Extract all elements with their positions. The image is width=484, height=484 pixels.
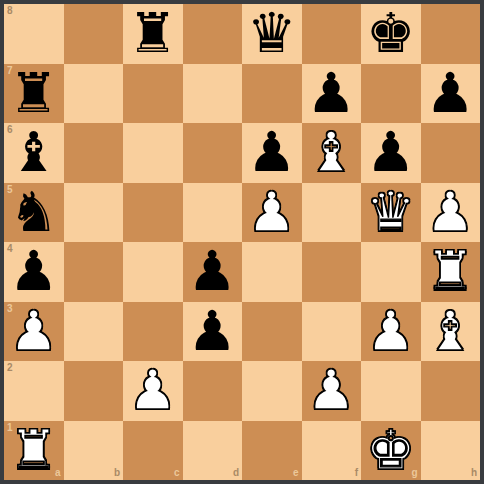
square-e2[interactable] xyxy=(242,361,302,421)
square-d8[interactable] xyxy=(183,4,243,64)
board-frame: 8♜♛♚7♜♟♟6♝♟♝♟5♞♟♛♟4♟♟♜3♟♟♟♝2♟♟1a♜bcdefg♚… xyxy=(0,0,484,484)
white-rook-icon[interactable]: ♜ xyxy=(9,421,58,481)
square-h8[interactable] xyxy=(421,4,481,64)
black-king-icon[interactable]: ♚ xyxy=(366,4,415,64)
square-a7[interactable]: 7♜ xyxy=(4,64,64,124)
square-g5[interactable]: ♛ xyxy=(361,183,421,243)
white-bishop-icon[interactable]: ♝ xyxy=(307,123,356,183)
file-label-d: d xyxy=(233,468,239,478)
square-e3[interactable] xyxy=(242,302,302,362)
square-g6[interactable]: ♟ xyxy=(361,123,421,183)
square-c5[interactable] xyxy=(123,183,183,243)
black-pawn-icon[interactable]: ♟ xyxy=(188,242,237,302)
rank-label-8: 8 xyxy=(7,6,13,16)
chess-board: 8♜♛♚7♜♟♟6♝♟♝♟5♞♟♛♟4♟♟♜3♟♟♟♝2♟♟1a♜bcdefg♚… xyxy=(4,4,480,480)
square-c8[interactable]: ♜ xyxy=(123,4,183,64)
square-f1[interactable]: f xyxy=(302,421,362,481)
square-g7[interactable] xyxy=(361,64,421,124)
square-f3[interactable] xyxy=(302,302,362,362)
file-label-c: c xyxy=(174,468,180,478)
square-b8[interactable] xyxy=(64,4,124,64)
white-bishop-icon[interactable]: ♝ xyxy=(426,302,475,362)
white-pawn-icon[interactable]: ♟ xyxy=(366,302,415,362)
white-queen-icon[interactable]: ♛ xyxy=(366,183,415,243)
square-h2[interactable] xyxy=(421,361,481,421)
square-a1[interactable]: 1a♜ xyxy=(4,421,64,481)
square-b3[interactable] xyxy=(64,302,124,362)
square-f6[interactable]: ♝ xyxy=(302,123,362,183)
black-bishop-icon[interactable]: ♝ xyxy=(9,123,58,183)
square-c2[interactable]: ♟ xyxy=(123,361,183,421)
white-pawn-icon[interactable]: ♟ xyxy=(426,183,475,243)
square-c1[interactable]: c xyxy=(123,421,183,481)
white-pawn-icon[interactable]: ♟ xyxy=(128,361,177,421)
square-e4[interactable] xyxy=(242,242,302,302)
black-pawn-icon[interactable]: ♟ xyxy=(307,64,356,124)
square-b1[interactable]: b xyxy=(64,421,124,481)
square-h5[interactable]: ♟ xyxy=(421,183,481,243)
square-d1[interactable]: d xyxy=(183,421,243,481)
square-g2[interactable] xyxy=(361,361,421,421)
square-c6[interactable] xyxy=(123,123,183,183)
square-d3[interactable]: ♟ xyxy=(183,302,243,362)
square-h7[interactable]: ♟ xyxy=(421,64,481,124)
square-a6[interactable]: 6♝ xyxy=(4,123,64,183)
square-d2[interactable] xyxy=(183,361,243,421)
white-rook-icon[interactable]: ♜ xyxy=(426,242,475,302)
file-label-h: h xyxy=(471,468,477,478)
square-h1[interactable]: h xyxy=(421,421,481,481)
square-c4[interactable] xyxy=(123,242,183,302)
square-f8[interactable] xyxy=(302,4,362,64)
square-g3[interactable]: ♟ xyxy=(361,302,421,362)
square-e8[interactable]: ♛ xyxy=(242,4,302,64)
square-g8[interactable]: ♚ xyxy=(361,4,421,64)
square-c7[interactable] xyxy=(123,64,183,124)
white-pawn-icon[interactable]: ♟ xyxy=(307,361,356,421)
square-b2[interactable] xyxy=(64,361,124,421)
black-pawn-icon[interactable]: ♟ xyxy=(247,123,296,183)
square-a5[interactable]: 5♞ xyxy=(4,183,64,243)
square-h3[interactable]: ♝ xyxy=(421,302,481,362)
square-b6[interactable] xyxy=(64,123,124,183)
square-a2[interactable]: 2 xyxy=(4,361,64,421)
square-f7[interactable]: ♟ xyxy=(302,64,362,124)
square-f2[interactable]: ♟ xyxy=(302,361,362,421)
black-rook-icon[interactable]: ♜ xyxy=(9,64,58,124)
square-h6[interactable] xyxy=(421,123,481,183)
black-queen-icon[interactable]: ♛ xyxy=(247,4,296,64)
black-pawn-icon[interactable]: ♟ xyxy=(366,123,415,183)
square-d6[interactable] xyxy=(183,123,243,183)
square-f5[interactable] xyxy=(302,183,362,243)
square-e7[interactable] xyxy=(242,64,302,124)
white-pawn-icon[interactable]: ♟ xyxy=(247,183,296,243)
white-pawn-icon[interactable]: ♟ xyxy=(9,302,58,362)
square-b4[interactable] xyxy=(64,242,124,302)
square-a4[interactable]: 4♟ xyxy=(4,242,64,302)
square-a8[interactable]: 8 xyxy=(4,4,64,64)
rank-label-2: 2 xyxy=(7,363,13,373)
black-rook-icon[interactable]: ♜ xyxy=(128,4,177,64)
square-h4[interactable]: ♜ xyxy=(421,242,481,302)
square-e6[interactable]: ♟ xyxy=(242,123,302,183)
file-label-e: e xyxy=(293,468,299,478)
square-f4[interactable] xyxy=(302,242,362,302)
square-b7[interactable] xyxy=(64,64,124,124)
square-d7[interactable] xyxy=(183,64,243,124)
square-d5[interactable] xyxy=(183,183,243,243)
black-pawn-icon[interactable]: ♟ xyxy=(188,302,237,362)
file-label-f: f xyxy=(355,468,358,478)
square-c3[interactable] xyxy=(123,302,183,362)
square-e5[interactable]: ♟ xyxy=(242,183,302,243)
square-g1[interactable]: g♚ xyxy=(361,421,421,481)
black-pawn-icon[interactable]: ♟ xyxy=(9,242,58,302)
black-pawn-icon[interactable]: ♟ xyxy=(426,64,475,124)
square-d4[interactable]: ♟ xyxy=(183,242,243,302)
square-g4[interactable] xyxy=(361,242,421,302)
square-a3[interactable]: 3♟ xyxy=(4,302,64,362)
file-label-b: b xyxy=(114,468,120,478)
black-knight-icon[interactable]: ♞ xyxy=(9,183,58,243)
white-king-icon[interactable]: ♚ xyxy=(366,421,415,481)
square-b5[interactable] xyxy=(64,183,124,243)
square-e1[interactable]: e xyxy=(242,421,302,481)
